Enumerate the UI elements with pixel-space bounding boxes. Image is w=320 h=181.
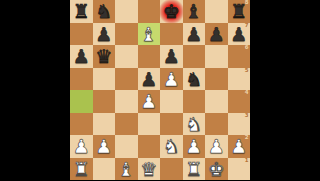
square-h1[interactable]: 1 [228, 158, 251, 181]
piece-black-pawn[interactable]: ♟ [70, 45, 93, 68]
piece-white-pawn[interactable]: ♟ [160, 68, 183, 91]
piece-black-knight[interactable]: ♞ [183, 68, 206, 91]
square-h4[interactable]: 4 [228, 90, 251, 113]
square-f5[interactable]: ♞ [183, 68, 206, 91]
square-f4[interactable] [183, 90, 206, 113]
piece-black-pawn[interactable]: ♟ [205, 23, 228, 46]
square-d4[interactable]: ♟ [138, 90, 161, 113]
rank-coordinate-label: 4 [245, 90, 249, 95]
piece-white-pawn[interactable]: ♟ [93, 135, 116, 158]
square-g3[interactable] [205, 113, 228, 136]
square-d5[interactable]: ♟ [138, 68, 161, 91]
piece-black-pawn[interactable]: ♟ [93, 23, 116, 46]
square-f1[interactable]: ♜ [183, 158, 206, 181]
square-b6[interactable]: ♛ [93, 45, 116, 68]
square-c3[interactable] [115, 113, 138, 136]
square-g5[interactable] [205, 68, 228, 91]
rank-coordinate-label: 1 [245, 158, 249, 163]
square-h7[interactable]: ♟7 [228, 23, 251, 46]
square-c2[interactable] [115, 135, 138, 158]
square-c5[interactable] [115, 68, 138, 91]
square-h8[interactable]: ♜8 [228, 0, 251, 23]
piece-white-knight[interactable]: ♞ [160, 135, 183, 158]
rank-coordinate-label: 7 [245, 23, 249, 28]
square-c7[interactable] [115, 23, 138, 46]
piece-white-rook[interactable]: ♜ [70, 158, 93, 181]
square-b4[interactable] [93, 90, 116, 113]
square-a7[interactable] [70, 23, 93, 46]
square-c6[interactable] [115, 45, 138, 68]
square-a1[interactable]: ♜ [70, 158, 93, 181]
square-a6[interactable]: ♟ [70, 45, 93, 68]
piece-white-pawn[interactable]: ♟ [138, 90, 161, 113]
square-c8[interactable] [115, 0, 138, 23]
square-e7[interactable] [160, 23, 183, 46]
piece-black-queen[interactable]: ♛ [93, 45, 116, 68]
piece-black-bishop[interactable]: ♝ [183, 0, 206, 23]
square-a2[interactable]: ♟ [70, 135, 93, 158]
rank-coordinate-label: 6 [245, 45, 249, 50]
piece-white-bishop[interactable]: ♝ [138, 23, 161, 46]
square-a4[interactable] [70, 90, 93, 113]
square-d3[interactable] [138, 113, 161, 136]
square-g6[interactable] [205, 45, 228, 68]
square-d2[interactable] [138, 135, 161, 158]
square-c4[interactable] [115, 90, 138, 113]
left-letterbox-bar [0, 0, 70, 180]
square-g8[interactable] [205, 0, 228, 23]
square-d6[interactable] [138, 45, 161, 68]
square-e5[interactable]: ♟ [160, 68, 183, 91]
rank-coordinate-label: 3 [245, 113, 249, 118]
square-f8[interactable]: ♝ [183, 0, 206, 23]
square-h2[interactable]: ♟2 [228, 135, 251, 158]
square-e3[interactable] [160, 113, 183, 136]
piece-black-knight[interactable]: ♞ [93, 0, 116, 23]
piece-black-pawn[interactable]: ♟ [183, 23, 206, 46]
rank-coordinate-label: 8 [245, 0, 249, 5]
piece-black-pawn[interactable]: ♟ [160, 45, 183, 68]
square-g1[interactable]: ♚ [205, 158, 228, 181]
square-g2[interactable]: ♟ [205, 135, 228, 158]
square-a5[interactable] [70, 68, 93, 91]
square-g4[interactable] [205, 90, 228, 113]
piece-black-king[interactable]: ♚ [160, 0, 183, 23]
square-h5[interactable]: 5 [228, 68, 251, 91]
square-e4[interactable] [160, 90, 183, 113]
square-b2[interactable]: ♟ [93, 135, 116, 158]
square-h3[interactable]: 3 [228, 113, 251, 136]
square-h6[interactable]: 6 [228, 45, 251, 68]
piece-white-pawn[interactable]: ♟ [183, 135, 206, 158]
square-b1[interactable] [93, 158, 116, 181]
square-f3[interactable]: ♞ [183, 113, 206, 136]
piece-white-knight[interactable]: ♞ [183, 113, 206, 136]
rank-coordinate-label: 2 [245, 135, 249, 140]
piece-black-pawn[interactable]: ♟ [138, 68, 161, 91]
rank-coordinate-label: 5 [245, 68, 249, 73]
square-a8[interactable]: ♜ [70, 0, 93, 23]
square-f7[interactable]: ♟ [183, 23, 206, 46]
piece-white-pawn[interactable]: ♟ [70, 135, 93, 158]
square-b8[interactable]: ♞ [93, 0, 116, 23]
square-d8[interactable] [138, 0, 161, 23]
right-letterbox-bar [250, 0, 320, 180]
piece-white-king[interactable]: ♚ [205, 158, 228, 181]
piece-white-pawn[interactable]: ♟ [205, 135, 228, 158]
square-f2[interactable]: ♟ [183, 135, 206, 158]
square-d1[interactable]: ♛ [138, 158, 161, 181]
square-b7[interactable]: ♟ [93, 23, 116, 46]
chess-board: ♜♞♚♝♜8♟♝♟♟♟7♟♛♟6♟♟♞5♟4♞3♟♟♞♟♟♟2♜♝♛♜♚1 [70, 0, 250, 180]
square-c1[interactable]: ♝ [115, 158, 138, 181]
square-b5[interactable] [93, 68, 116, 91]
square-f6[interactable] [183, 45, 206, 68]
square-e8[interactable]: ♚ [160, 0, 183, 23]
square-a3[interactable] [70, 113, 93, 136]
app-frame: ♜♞♚♝♜8♟♝♟♟♟7♟♛♟6♟♟♞5♟4♞3♟♟♞♟♟♟2♜♝♛♜♚1 [0, 0, 320, 180]
square-b3[interactable] [93, 113, 116, 136]
piece-white-bishop[interactable]: ♝ [115, 158, 138, 181]
piece-white-rook[interactable]: ♜ [183, 158, 206, 181]
piece-white-queen[interactable]: ♛ [138, 158, 161, 181]
square-d7[interactable]: ♝ [138, 23, 161, 46]
square-e2[interactable]: ♞ [160, 135, 183, 158]
square-e1[interactable] [160, 158, 183, 181]
square-e6[interactable]: ♟ [160, 45, 183, 68]
square-g7[interactable]: ♟ [205, 23, 228, 46]
piece-black-rook[interactable]: ♜ [70, 0, 93, 23]
